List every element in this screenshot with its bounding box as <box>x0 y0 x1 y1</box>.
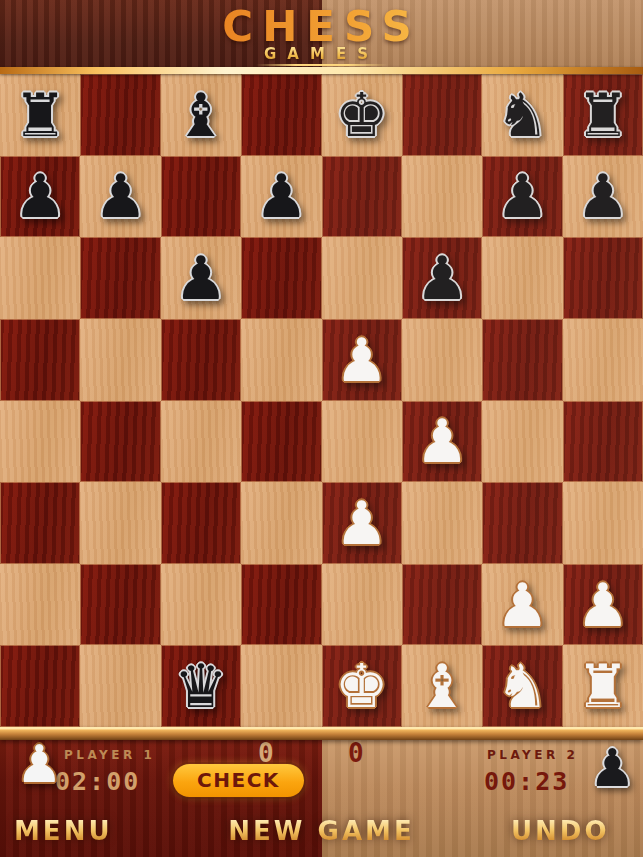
piece-white-bishop-f1[interactable]: ♝ <box>415 646 469 726</box>
piece-white-king-e1[interactable]: ♚ <box>335 646 389 726</box>
piece-black-pawn-c6[interactable]: ♟ <box>174 238 228 318</box>
square-b6[interactable] <box>80 237 160 319</box>
square-f4[interactable]: ♟ <box>402 401 482 483</box>
piece-black-pawn-a7[interactable]: ♟ <box>13 156 67 236</box>
square-a3[interactable] <box>0 482 80 564</box>
square-d5[interactable] <box>241 319 321 401</box>
square-a8[interactable]: ♜ <box>0 74 80 156</box>
square-a4[interactable] <box>0 401 80 483</box>
square-d6[interactable] <box>241 237 321 319</box>
square-e6[interactable] <box>322 237 402 319</box>
square-b4[interactable] <box>80 401 160 483</box>
header: CHESS GAMES <box>0 0 643 74</box>
app-screen: CHESS GAMES ♜♝♚♞♜♟♟♟♟♟♟♟♟♟♟♟♟♛♚♝♞♜ ♟ PLA… <box>0 0 643 857</box>
square-b2[interactable] <box>80 564 160 646</box>
square-g8[interactable]: ♞ <box>482 74 562 156</box>
check-button[interactable]: CHECK <box>173 764 304 797</box>
square-b7[interactable]: ♟ <box>80 156 160 238</box>
header-divider-bar <box>0 67 643 74</box>
square-e7[interactable] <box>322 156 402 238</box>
square-c3[interactable] <box>161 482 241 564</box>
piece-white-knight-g1[interactable]: ♞ <box>496 646 550 726</box>
square-e2[interactable] <box>322 564 402 646</box>
square-c2[interactable] <box>161 564 241 646</box>
square-d8[interactable] <box>241 74 321 156</box>
app-logo: CHESS GAMES <box>0 0 643 66</box>
square-h4[interactable] <box>563 401 643 483</box>
piece-black-bishop-c8[interactable]: ♝ <box>174 75 228 155</box>
square-e5[interactable]: ♟ <box>322 319 402 401</box>
player2-label: PLAYER 2 <box>487 748 578 762</box>
square-g5[interactable] <box>482 319 562 401</box>
square-a2[interactable] <box>0 564 80 646</box>
square-h1[interactable]: ♜ <box>563 645 643 727</box>
square-b3[interactable] <box>80 482 160 564</box>
square-c1[interactable]: ♛ <box>161 645 241 727</box>
square-g7[interactable]: ♟ <box>482 156 562 238</box>
chess-board: ♜♝♚♞♜♟♟♟♟♟♟♟♟♟♟♟♟♛♚♝♞♜ <box>0 74 643 727</box>
square-e3[interactable]: ♟ <box>322 482 402 564</box>
square-c4[interactable] <box>161 401 241 483</box>
square-e1[interactable]: ♚ <box>322 645 402 727</box>
status-panel: ♟ PLAYER 1 02:00 CHECK 0 0 PLAYER 2 00:2… <box>0 740 643 857</box>
piece-black-pawn-d7[interactable]: ♟ <box>254 156 308 236</box>
square-g1[interactable]: ♞ <box>482 645 562 727</box>
square-f5[interactable] <box>402 319 482 401</box>
player1-clock: 02:00 <box>55 767 140 796</box>
piece-black-pawn-b7[interactable]: ♟ <box>94 156 148 236</box>
board-bottom-ledge <box>0 727 643 740</box>
square-d1[interactable] <box>241 645 321 727</box>
piece-black-king-e8[interactable]: ♚ <box>335 75 389 155</box>
piece-black-rook-h8[interactable]: ♜ <box>576 75 630 155</box>
square-f1[interactable]: ♝ <box>402 645 482 727</box>
square-c5[interactable] <box>161 319 241 401</box>
player1-score: 0 <box>258 738 274 768</box>
square-c6[interactable]: ♟ <box>161 237 241 319</box>
square-f3[interactable] <box>402 482 482 564</box>
square-d3[interactable] <box>241 482 321 564</box>
square-h7[interactable]: ♟ <box>563 156 643 238</box>
piece-white-pawn-h2[interactable]: ♟ <box>576 565 630 645</box>
square-e8[interactable]: ♚ <box>322 74 402 156</box>
square-a6[interactable] <box>0 237 80 319</box>
app-subtitle: GAMES <box>0 45 643 63</box>
undo-button[interactable]: UNDO <box>511 816 610 846</box>
new-game-button[interactable]: NEW GAME <box>228 816 414 846</box>
square-h8[interactable]: ♜ <box>563 74 643 156</box>
piece-black-rook-a8[interactable]: ♜ <box>13 75 67 155</box>
app-title: CHESS <box>0 7 643 47</box>
square-b8[interactable] <box>80 74 160 156</box>
square-g3[interactable] <box>482 482 562 564</box>
square-g2[interactable]: ♟ <box>482 564 562 646</box>
square-d2[interactable] <box>241 564 321 646</box>
piece-white-pawn-e3[interactable]: ♟ <box>335 483 389 563</box>
square-b5[interactable] <box>80 319 160 401</box>
square-f2[interactable] <box>402 564 482 646</box>
menu-button[interactable]: MENU <box>14 816 113 846</box>
square-d7[interactable]: ♟ <box>241 156 321 238</box>
square-f8[interactable] <box>402 74 482 156</box>
square-h6[interactable] <box>563 237 643 319</box>
piece-black-queen-c1[interactable]: ♛ <box>174 646 228 726</box>
square-h3[interactable] <box>563 482 643 564</box>
piece-white-pawn-g2[interactable]: ♟ <box>496 565 550 645</box>
piece-black-pawn-g7[interactable]: ♟ <box>496 156 550 236</box>
square-g4[interactable] <box>482 401 562 483</box>
player2-clock: 00:23 <box>484 767 569 796</box>
square-c8[interactable]: ♝ <box>161 74 241 156</box>
piece-black-knight-g8[interactable]: ♞ <box>496 75 550 155</box>
square-c7[interactable] <box>161 156 241 238</box>
square-h2[interactable]: ♟ <box>563 564 643 646</box>
piece-white-pawn-f4[interactable]: ♟ <box>415 401 469 481</box>
square-f6[interactable]: ♟ <box>402 237 482 319</box>
square-g6[interactable] <box>482 237 562 319</box>
subtitle-underline <box>256 64 388 66</box>
square-e4[interactable] <box>322 401 402 483</box>
square-a5[interactable] <box>0 319 80 401</box>
piece-white-pawn-e5[interactable]: ♟ <box>335 320 389 400</box>
square-f7[interactable] <box>402 156 482 238</box>
square-h5[interactable] <box>563 319 643 401</box>
piece-white-rook-h1[interactable]: ♜ <box>576 646 630 726</box>
square-d4[interactable] <box>241 401 321 483</box>
player1-label: PLAYER 1 <box>64 748 155 762</box>
piece-black-pawn-h7[interactable]: ♟ <box>576 156 630 236</box>
square-a7[interactable]: ♟ <box>0 156 80 238</box>
black-pawn-icon: ♟ <box>589 740 636 796</box>
square-b1[interactable] <box>80 645 160 727</box>
piece-black-pawn-f6[interactable]: ♟ <box>415 238 469 318</box>
player2-score: 0 <box>348 738 364 768</box>
square-a1[interactable] <box>0 645 80 727</box>
white-pawn-icon: ♟ <box>16 736 63 792</box>
